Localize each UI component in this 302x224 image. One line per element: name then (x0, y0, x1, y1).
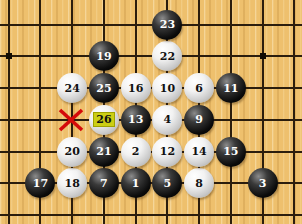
move-number: 13 (128, 114, 143, 125)
move-number: 19 (96, 51, 111, 62)
move-number: 21 (96, 146, 111, 157)
move-number: 7 (100, 178, 108, 189)
grid-line-horizontal (0, 55, 302, 57)
move-number: 6 (195, 83, 203, 94)
go-board: 1234567891011121314151617181920212223242… (0, 0, 302, 224)
stone-19[interactable]: 19 (89, 41, 119, 71)
stone-14[interactable]: 14 (184, 137, 214, 167)
grid-line-horizontal (0, 214, 302, 216)
grid-line-vertical (293, 0, 295, 224)
grid-line-horizontal (0, 24, 302, 26)
stone-7[interactable]: 7 (89, 168, 119, 198)
move-number: 1 (132, 178, 140, 189)
stone-24[interactable]: 24 (57, 73, 87, 103)
stone-23[interactable]: 23 (152, 10, 182, 40)
move-number: 10 (160, 83, 175, 94)
move-number: 17 (33, 178, 48, 189)
stone-2[interactable]: 2 (121, 137, 151, 167)
move-number: 8 (195, 178, 203, 189)
grid-line-horizontal (0, 151, 302, 153)
stone-5[interactable]: 5 (152, 168, 182, 198)
move-number: 4 (164, 114, 172, 125)
stone-13[interactable]: 13 (121, 105, 151, 135)
move-number: 5 (164, 178, 172, 189)
stone-15[interactable]: 15 (216, 137, 246, 167)
move-number: 9 (195, 114, 203, 125)
move-number: 22 (160, 51, 175, 62)
grid-line-horizontal (0, 87, 302, 89)
move-number: 3 (259, 178, 267, 189)
move-number: 2 (132, 146, 140, 157)
stone-1[interactable]: 1 (121, 168, 151, 198)
stone-4[interactable]: 4 (152, 105, 182, 135)
stone-26[interactable]: 26 (89, 105, 119, 135)
stone-21[interactable]: 21 (89, 137, 119, 167)
grid-line-vertical (230, 0, 232, 224)
move-number: 25 (96, 83, 111, 94)
move-number: 12 (160, 146, 175, 157)
stone-22[interactable]: 22 (152, 41, 182, 71)
stone-16[interactable]: 16 (121, 73, 151, 103)
move-number: 16 (128, 83, 143, 94)
stone-6[interactable]: 6 (184, 73, 214, 103)
move-number: 20 (65, 146, 80, 157)
stone-11[interactable]: 11 (216, 73, 246, 103)
star-point (6, 53, 12, 59)
stone-8[interactable]: 8 (184, 168, 214, 198)
move-number: 11 (223, 83, 238, 94)
star-point (260, 53, 266, 59)
stone-10[interactable]: 10 (152, 73, 182, 103)
grid-line-horizontal (0, 119, 302, 121)
move-number-highlighted: 26 (93, 112, 114, 127)
red-x-marker (58, 108, 84, 132)
move-number: 18 (65, 178, 80, 189)
move-number: 15 (223, 146, 238, 157)
stone-25[interactable]: 25 (89, 73, 119, 103)
stone-20[interactable]: 20 (57, 137, 87, 167)
stone-12[interactable]: 12 (152, 137, 182, 167)
move-number: 23 (160, 19, 175, 30)
stone-17[interactable]: 17 (25, 168, 55, 198)
stone-18[interactable]: 18 (57, 168, 87, 198)
move-number: 14 (191, 146, 206, 157)
stone-9[interactable]: 9 (184, 105, 214, 135)
move-number: 24 (65, 83, 80, 94)
grid-line-vertical (8, 0, 10, 224)
stone-3[interactable]: 3 (248, 168, 278, 198)
